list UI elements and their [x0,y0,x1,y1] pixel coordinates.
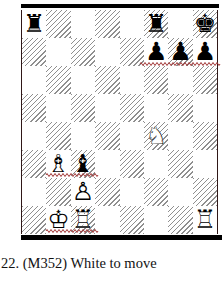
black-rook: ♜ [22,10,46,38]
square-d3 [95,150,119,178]
square-g3 [168,150,192,178]
square-b1: ♚♔ [46,206,70,234]
square-d5 [95,94,119,122]
square-b3: ♝♗ [46,150,70,178]
square-f3 [144,150,168,178]
black-bishop: ♝ [71,150,95,178]
black-pawn: ♟ [193,38,217,66]
square-f2 [144,178,168,206]
white-bishop: ♝♗ [46,150,70,178]
square-a5 [22,94,46,122]
square-e2 [120,178,144,206]
chess-board: ♜♜♚♟♟♟♞♘♝♗♝♟♙♚♔♜♖♜♖ [21,10,218,234]
diagram-caption: 22. (M352) White to move [1,255,221,272]
square-h3 [193,150,217,178]
square-e1 [120,206,144,234]
square-a2 [22,178,46,206]
black-king: ♚ [193,10,217,38]
white-rook: ♜♖ [71,206,95,234]
square-b6 [46,66,70,94]
square-e8 [120,10,144,38]
square-f4: ♞♘ [144,122,168,150]
white-knight: ♞♘ [144,122,168,150]
square-c2: ♟♙ [71,178,95,206]
square-h4 [193,122,217,150]
square-d6 [95,66,119,94]
white-rook: ♜♖ [193,206,217,234]
square-c3: ♝ [71,150,95,178]
square-b2 [46,178,70,206]
square-e4 [120,122,144,150]
square-e7 [120,38,144,66]
square-h6 [193,66,217,94]
square-d2 [95,178,119,206]
square-c8 [71,10,95,38]
square-f1 [144,206,168,234]
square-h5 [193,94,217,122]
board-bottom-rule [21,235,222,240]
square-e6 [120,66,144,94]
square-g7: ♟ [168,38,192,66]
square-h1: ♜♖ [193,206,217,234]
square-e5 [120,94,144,122]
square-f6 [144,66,168,94]
square-b8 [46,10,70,38]
black-pawn: ♟ [144,38,168,66]
square-b5 [46,94,70,122]
square-a4 [22,122,46,150]
black-pawn: ♟ [168,38,192,66]
square-b7 [46,38,70,66]
square-d4 [95,122,119,150]
square-g5 [168,94,192,122]
white-pawn: ♟♙ [71,178,95,206]
square-a1 [22,206,46,234]
square-c6 [71,66,95,94]
square-d8 [95,10,119,38]
square-g4 [168,122,192,150]
square-a3 [22,150,46,178]
square-e3 [120,150,144,178]
square-g2 [168,178,192,206]
square-c1: ♜♖ [71,206,95,234]
chess-diagram: ♜♜♚♟♟♟♞♘♝♗♝♟♙♚♔♜♖♜♖ [21,4,222,241]
square-h2 [193,178,217,206]
square-g8 [168,10,192,38]
square-a6 [22,66,46,94]
square-h8: ♚ [193,10,217,38]
square-f5 [144,94,168,122]
white-king: ♚♔ [46,206,70,234]
square-c4 [71,122,95,150]
square-g6 [168,66,192,94]
square-d1 [95,206,119,234]
square-g1 [168,206,192,234]
square-h7: ♟ [193,38,217,66]
square-a7 [22,38,46,66]
square-a8: ♜ [22,10,46,38]
square-d7 [95,38,119,66]
square-c7 [71,38,95,66]
square-f8: ♜ [144,10,168,38]
square-b4 [46,122,70,150]
black-rook: ♜ [144,10,168,38]
page: ♜♜♚♟♟♟♞♘♝♗♝♟♙♚♔♜♖♜♖ 22. (M352) White to … [0,0,222,282]
square-f7: ♟ [144,38,168,66]
square-c5 [71,94,95,122]
board-top-rule [21,4,219,8]
